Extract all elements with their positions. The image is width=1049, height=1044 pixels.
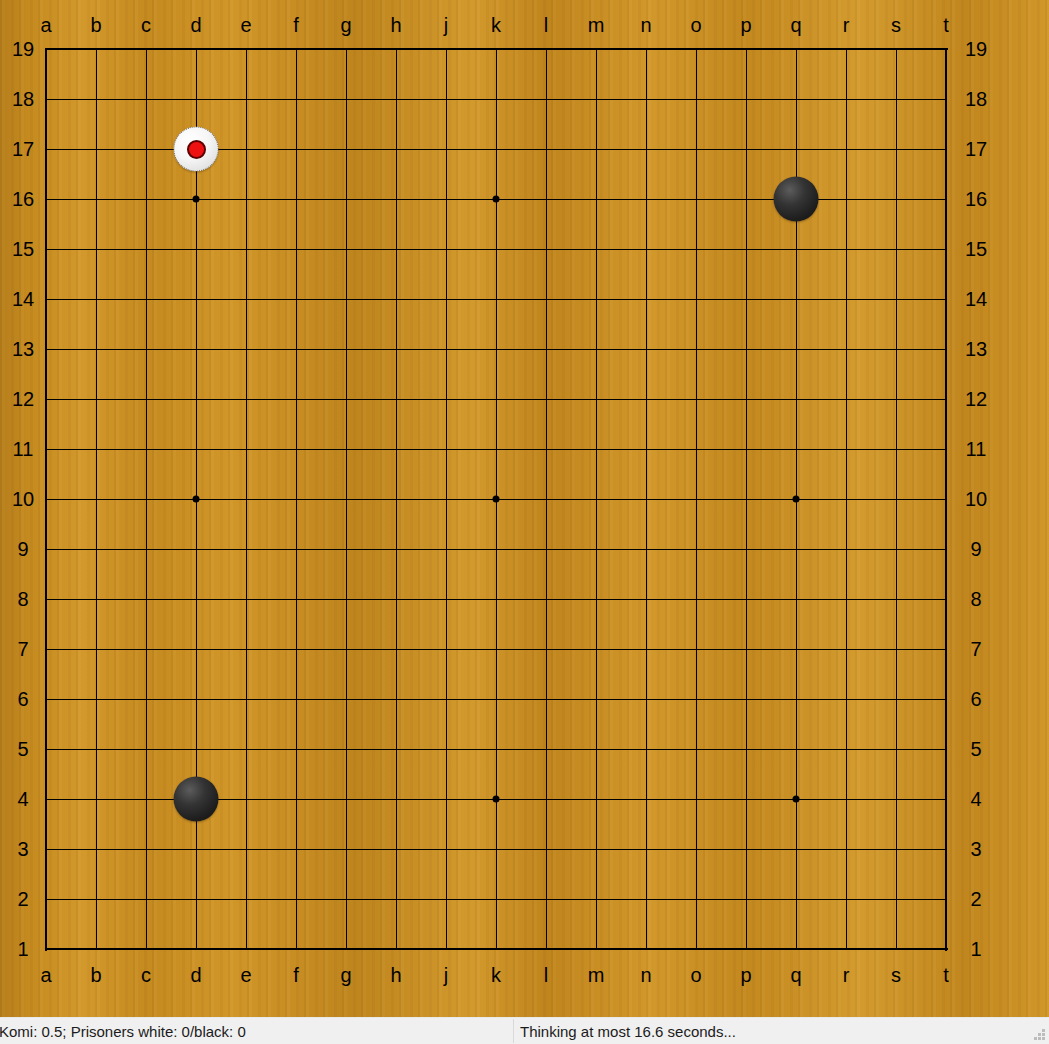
row-label-right-13: 13 (965, 339, 987, 359)
row-label-right-9: 9 (970, 539, 981, 559)
row-label-right-3: 3 (970, 839, 981, 859)
row-label-right-18: 18 (965, 89, 987, 109)
row-label-left-2: 2 (17, 889, 28, 909)
grid-line (846, 49, 847, 950)
row-label-left-1: 1 (17, 939, 28, 959)
col-label-bottom-e: e (240, 965, 251, 985)
col-label-top-b: b (90, 15, 101, 35)
grid-line (46, 599, 947, 600)
col-label-bottom-g: g (340, 965, 351, 985)
row-label-right-5: 5 (970, 739, 981, 759)
col-label-bottom-r: r (843, 965, 850, 985)
row-label-right-15: 15 (965, 239, 987, 259)
col-label-bottom-l: l (544, 965, 548, 985)
grid-line (646, 49, 647, 950)
col-label-top-o: o (690, 15, 701, 35)
col-label-bottom-t: t (943, 965, 949, 985)
col-label-top-a: a (40, 15, 51, 35)
grid-line (596, 49, 597, 950)
row-label-left-10: 10 (12, 489, 34, 509)
row-label-left-7: 7 (17, 639, 28, 659)
col-label-top-c: c (141, 15, 151, 35)
black-stone-q16 (774, 177, 819, 222)
col-label-bottom-o: o (690, 965, 701, 985)
col-label-top-e: e (240, 15, 251, 35)
board-grid[interactable] (46, 49, 947, 950)
col-label-bottom-h: h (390, 965, 401, 985)
row-label-left-5: 5 (17, 739, 28, 759)
status-divider (513, 1019, 514, 1043)
star-point-d10 (193, 496, 200, 503)
col-label-bottom-f: f (293, 965, 299, 985)
col-label-bottom-n: n (640, 965, 651, 985)
row-label-left-6: 6 (17, 689, 28, 709)
col-label-top-r: r (843, 15, 850, 35)
col-label-top-d: d (190, 15, 201, 35)
col-label-bottom-m: m (588, 965, 605, 985)
row-label-right-11: 11 (966, 439, 987, 459)
grid-line (696, 49, 697, 950)
row-label-right-1: 1 (970, 939, 981, 959)
col-label-bottom-s: s (891, 965, 901, 985)
star-point-q10 (793, 496, 800, 503)
status-bar: Komi: 0.5; Prisoners white: 0/black: 0 T… (0, 1017, 1049, 1044)
row-label-right-6: 6 (970, 689, 981, 709)
row-label-right-16: 16 (965, 189, 987, 209)
col-label-top-q: q (790, 15, 801, 35)
go-board[interactable]: aabbccddeeffgghhjjkkllmmnnooppqqrrsstt19… (0, 0, 1049, 1017)
go-app-window: aabbccddeeffgghhjjkkllmmnnooppqqrrsstt19… (0, 0, 1049, 1044)
status-thinking: Thinking at most 16.6 seconds... (520, 1023, 736, 1040)
col-label-top-f: f (293, 15, 299, 35)
row-label-right-14: 14 (965, 289, 987, 309)
row-label-left-16: 16 (12, 189, 34, 209)
row-label-right-10: 10 (965, 489, 987, 509)
col-label-top-n: n (640, 15, 651, 35)
grid-line (46, 699, 947, 700)
row-label-right-7: 7 (970, 639, 981, 659)
star-point-k10 (493, 496, 500, 503)
col-label-bottom-a: a (40, 965, 51, 985)
col-label-bottom-q: q (790, 965, 801, 985)
row-label-left-9: 9 (17, 539, 28, 559)
row-label-right-17: 17 (965, 139, 987, 159)
white-stone-d17 (174, 127, 219, 172)
grid-line (945, 48, 947, 951)
col-label-top-h: h (390, 15, 401, 35)
col-label-top-t: t (943, 15, 949, 35)
grid-line (46, 649, 947, 650)
col-label-bottom-k: k (491, 965, 501, 985)
row-label-left-11: 11 (13, 439, 34, 459)
black-stone-d4 (174, 777, 219, 822)
star-point-k16 (493, 196, 500, 203)
col-label-top-g: g (340, 15, 351, 35)
last-move-marker (187, 140, 206, 159)
col-label-top-m: m (588, 15, 605, 35)
row-label-right-2: 2 (970, 889, 981, 909)
row-label-right-4: 4 (970, 789, 981, 809)
row-label-left-15: 15 (12, 239, 34, 259)
row-label-left-4: 4 (17, 789, 28, 809)
row-label-left-12: 12 (12, 389, 34, 409)
col-label-top-k: k (491, 15, 501, 35)
grid-line (896, 49, 897, 950)
col-label-bottom-j: j (444, 965, 448, 985)
star-point-q4 (793, 796, 800, 803)
col-label-top-j: j (444, 15, 448, 35)
grid-line (46, 849, 947, 850)
row-label-right-19: 19 (965, 39, 987, 59)
row-label-left-13: 13 (12, 339, 34, 359)
row-label-right-12: 12 (965, 389, 987, 409)
col-label-bottom-b: b (90, 965, 101, 985)
status-komi-prisoners: Komi: 0.5; Prisoners white: 0/black: 0 (0, 1023, 246, 1040)
row-label-left-14: 14 (12, 289, 34, 309)
row-label-right-8: 8 (970, 589, 981, 609)
star-point-k4 (493, 796, 500, 803)
grid-line (746, 49, 747, 950)
star-point-d16 (193, 196, 200, 203)
col-label-top-p: p (740, 15, 751, 35)
row-label-left-3: 3 (17, 839, 28, 859)
row-label-left-17: 17 (12, 139, 34, 159)
row-label-left-8: 8 (17, 589, 28, 609)
col-label-bottom-c: c (141, 965, 151, 985)
row-label-left-18: 18 (12, 89, 34, 109)
grid-line (46, 749, 947, 750)
grid-line (546, 49, 547, 950)
row-label-left-19: 19 (12, 39, 34, 59)
grid-line (45, 948, 948, 950)
grid-line (46, 899, 947, 900)
col-label-bottom-d: d (190, 965, 201, 985)
col-label-top-l: l (544, 15, 548, 35)
grid-line (46, 549, 947, 550)
col-label-top-s: s (891, 15, 901, 35)
resize-grip-icon[interactable] (1034, 1029, 1046, 1041)
col-label-bottom-p: p (740, 965, 751, 985)
